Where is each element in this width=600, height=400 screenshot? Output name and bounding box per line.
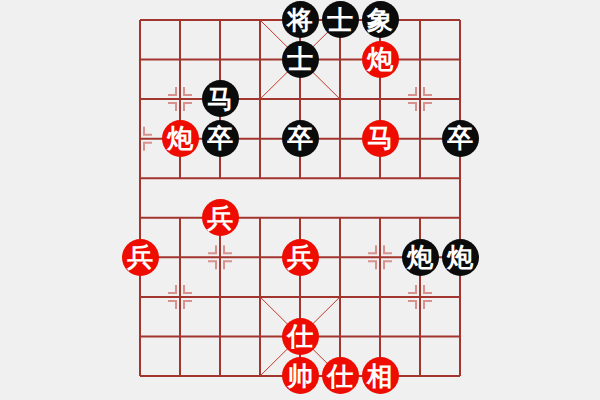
- board-point-6-8: [360, 316, 400, 356]
- piece-black-cannon[interactable]: 炮: [442, 239, 479, 276]
- piece-red-general[interactable]: 帅: [282, 357, 319, 394]
- board-point-3-7: [240, 277, 280, 317]
- board-point-3-4: [240, 158, 280, 198]
- board-point-6-2: [360, 79, 400, 119]
- board-point-6-1[interactable]: 炮: [360, 40, 400, 80]
- board-point-7-4: [400, 158, 440, 198]
- board-point-5-5: [320, 198, 360, 238]
- board-point-4-0[interactable]: 将: [280, 0, 320, 40]
- board-point-4-2: [280, 79, 320, 119]
- board-point-2-8: [200, 316, 240, 356]
- board-point-8-1: [440, 40, 480, 80]
- board-point-2-1: [200, 40, 240, 80]
- board-point-0-5: [120, 198, 160, 238]
- board-point-0-4: [120, 158, 160, 198]
- board-point-5-7: [320, 277, 360, 317]
- board-point-5-9[interactable]: 仕: [320, 356, 360, 396]
- board-point-0-2: [120, 79, 160, 119]
- board-point-6-5: [360, 198, 400, 238]
- piece-red-elephant[interactable]: 相: [362, 357, 399, 394]
- board-point-1-4: [160, 158, 200, 198]
- board-point-2-7: [200, 277, 240, 317]
- board-point-3-5: [240, 198, 280, 238]
- board-point-4-5: [280, 198, 320, 238]
- piece-red-cannon[interactable]: 炮: [162, 120, 199, 157]
- piece-red-advisor[interactable]: 仕: [322, 357, 359, 394]
- piece-black-elephant[interactable]: 象: [362, 1, 399, 38]
- xiangqi-app: 将士象士炮马炮卒卒马卒兵兵兵炮炮仕帅仕相: [0, 0, 600, 400]
- board-point-4-1[interactable]: 士: [280, 40, 320, 80]
- board-point-5-6: [320, 237, 360, 277]
- board-point-2-5[interactable]: 兵: [200, 198, 240, 238]
- board-point-5-2: [320, 79, 360, 119]
- board-point-8-4: [440, 158, 480, 198]
- board-point-8-8: [440, 316, 480, 356]
- board-point-6-0[interactable]: 象: [360, 0, 400, 40]
- board-point-7-6[interactable]: 炮: [400, 237, 440, 277]
- piece-black-general[interactable]: 将: [282, 1, 319, 38]
- piece-black-advisor[interactable]: 士: [282, 41, 319, 78]
- board-point-3-9: [240, 356, 280, 396]
- piece-black-advisor[interactable]: 士: [322, 1, 359, 38]
- piece-red-advisor[interactable]: 仕: [282, 318, 319, 355]
- board-point-0-1: [120, 40, 160, 80]
- board-point-0-0: [120, 0, 160, 40]
- board-point-1-8: [160, 316, 200, 356]
- board-point-1-3[interactable]: 炮: [160, 119, 200, 159]
- board-point-0-3: [120, 119, 160, 159]
- board-point-7-2: [400, 79, 440, 119]
- board-point-5-1: [320, 40, 360, 80]
- board-point-1-1: [160, 40, 200, 80]
- board-point-7-5: [400, 198, 440, 238]
- board-point-6-9[interactable]: 相: [360, 356, 400, 396]
- board-point-5-3: [320, 119, 360, 159]
- board-point-0-7: [120, 277, 160, 317]
- board-point-2-9: [200, 356, 240, 396]
- board-point-4-4: [280, 158, 320, 198]
- board-point-8-2: [440, 79, 480, 119]
- board-point-1-0: [160, 0, 200, 40]
- board-point-8-3[interactable]: 卒: [440, 119, 480, 159]
- board-point-8-0: [440, 0, 480, 40]
- board-point-7-7: [400, 277, 440, 317]
- board-point-8-9: [440, 356, 480, 396]
- board-point-2-4: [200, 158, 240, 198]
- board-point-2-6: [200, 237, 240, 277]
- piece-black-soldier[interactable]: 卒: [442, 120, 479, 157]
- board-point-3-3: [240, 119, 280, 159]
- board-point-4-9[interactable]: 帅: [280, 356, 320, 396]
- board-point-7-3: [400, 119, 440, 159]
- board-point-3-0: [240, 0, 280, 40]
- board-point-1-7: [160, 277, 200, 317]
- board-point-7-0: [400, 0, 440, 40]
- board-point-8-5: [440, 198, 480, 238]
- board-point-4-7: [280, 277, 320, 317]
- board-point-7-9: [400, 356, 440, 396]
- board-point-7-8: [400, 316, 440, 356]
- board-point-6-4: [360, 158, 400, 198]
- piece-red-soldier[interactable]: 兵: [202, 199, 239, 236]
- xiangqi-board[interactable]: 将士象士炮马炮卒卒马卒兵兵兵炮炮仕帅仕相: [120, 0, 480, 395]
- board-point-5-4: [320, 158, 360, 198]
- board-point-3-2: [240, 79, 280, 119]
- board-point-7-1: [400, 40, 440, 80]
- board-point-4-6[interactable]: 兵: [280, 237, 320, 277]
- board-point-0-8: [120, 316, 160, 356]
- board-point-2-0: [200, 0, 240, 40]
- piece-red-soldier[interactable]: 兵: [282, 239, 319, 276]
- board-point-2-3[interactable]: 卒: [200, 119, 240, 159]
- board-point-1-5: [160, 198, 200, 238]
- board-point-4-3[interactable]: 卒: [280, 119, 320, 159]
- piece-red-soldier[interactable]: 兵: [122, 239, 159, 276]
- piece-black-soldier[interactable]: 卒: [202, 120, 239, 157]
- piece-red-horse[interactable]: 马: [362, 120, 399, 157]
- board-point-1-6: [160, 237, 200, 277]
- board-point-8-7: [440, 277, 480, 317]
- board-point-2-2[interactable]: 马: [200, 79, 240, 119]
- board-point-6-7: [360, 277, 400, 317]
- board-point-3-6: [240, 237, 280, 277]
- board-point-6-6: [360, 237, 400, 277]
- board-point-8-6[interactable]: 炮: [440, 237, 480, 277]
- board-point-5-0[interactable]: 士: [320, 0, 360, 40]
- board-point-1-9: [160, 356, 200, 396]
- piece-black-soldier[interactable]: 卒: [282, 120, 319, 157]
- piece-red-cannon[interactable]: 炮: [362, 41, 399, 78]
- board-point-1-2: [160, 79, 200, 119]
- piece-black-horse[interactable]: 马: [202, 80, 239, 117]
- board-point-3-1: [240, 40, 280, 80]
- board-point-5-8: [320, 316, 360, 356]
- board-point-6-3[interactable]: 马: [360, 119, 400, 159]
- board-point-4-8[interactable]: 仕: [280, 316, 320, 356]
- board-point-0-6[interactable]: 兵: [120, 237, 160, 277]
- board-point-0-9: [120, 356, 160, 396]
- board-point-3-8: [240, 316, 280, 356]
- piece-black-cannon[interactable]: 炮: [402, 239, 439, 276]
